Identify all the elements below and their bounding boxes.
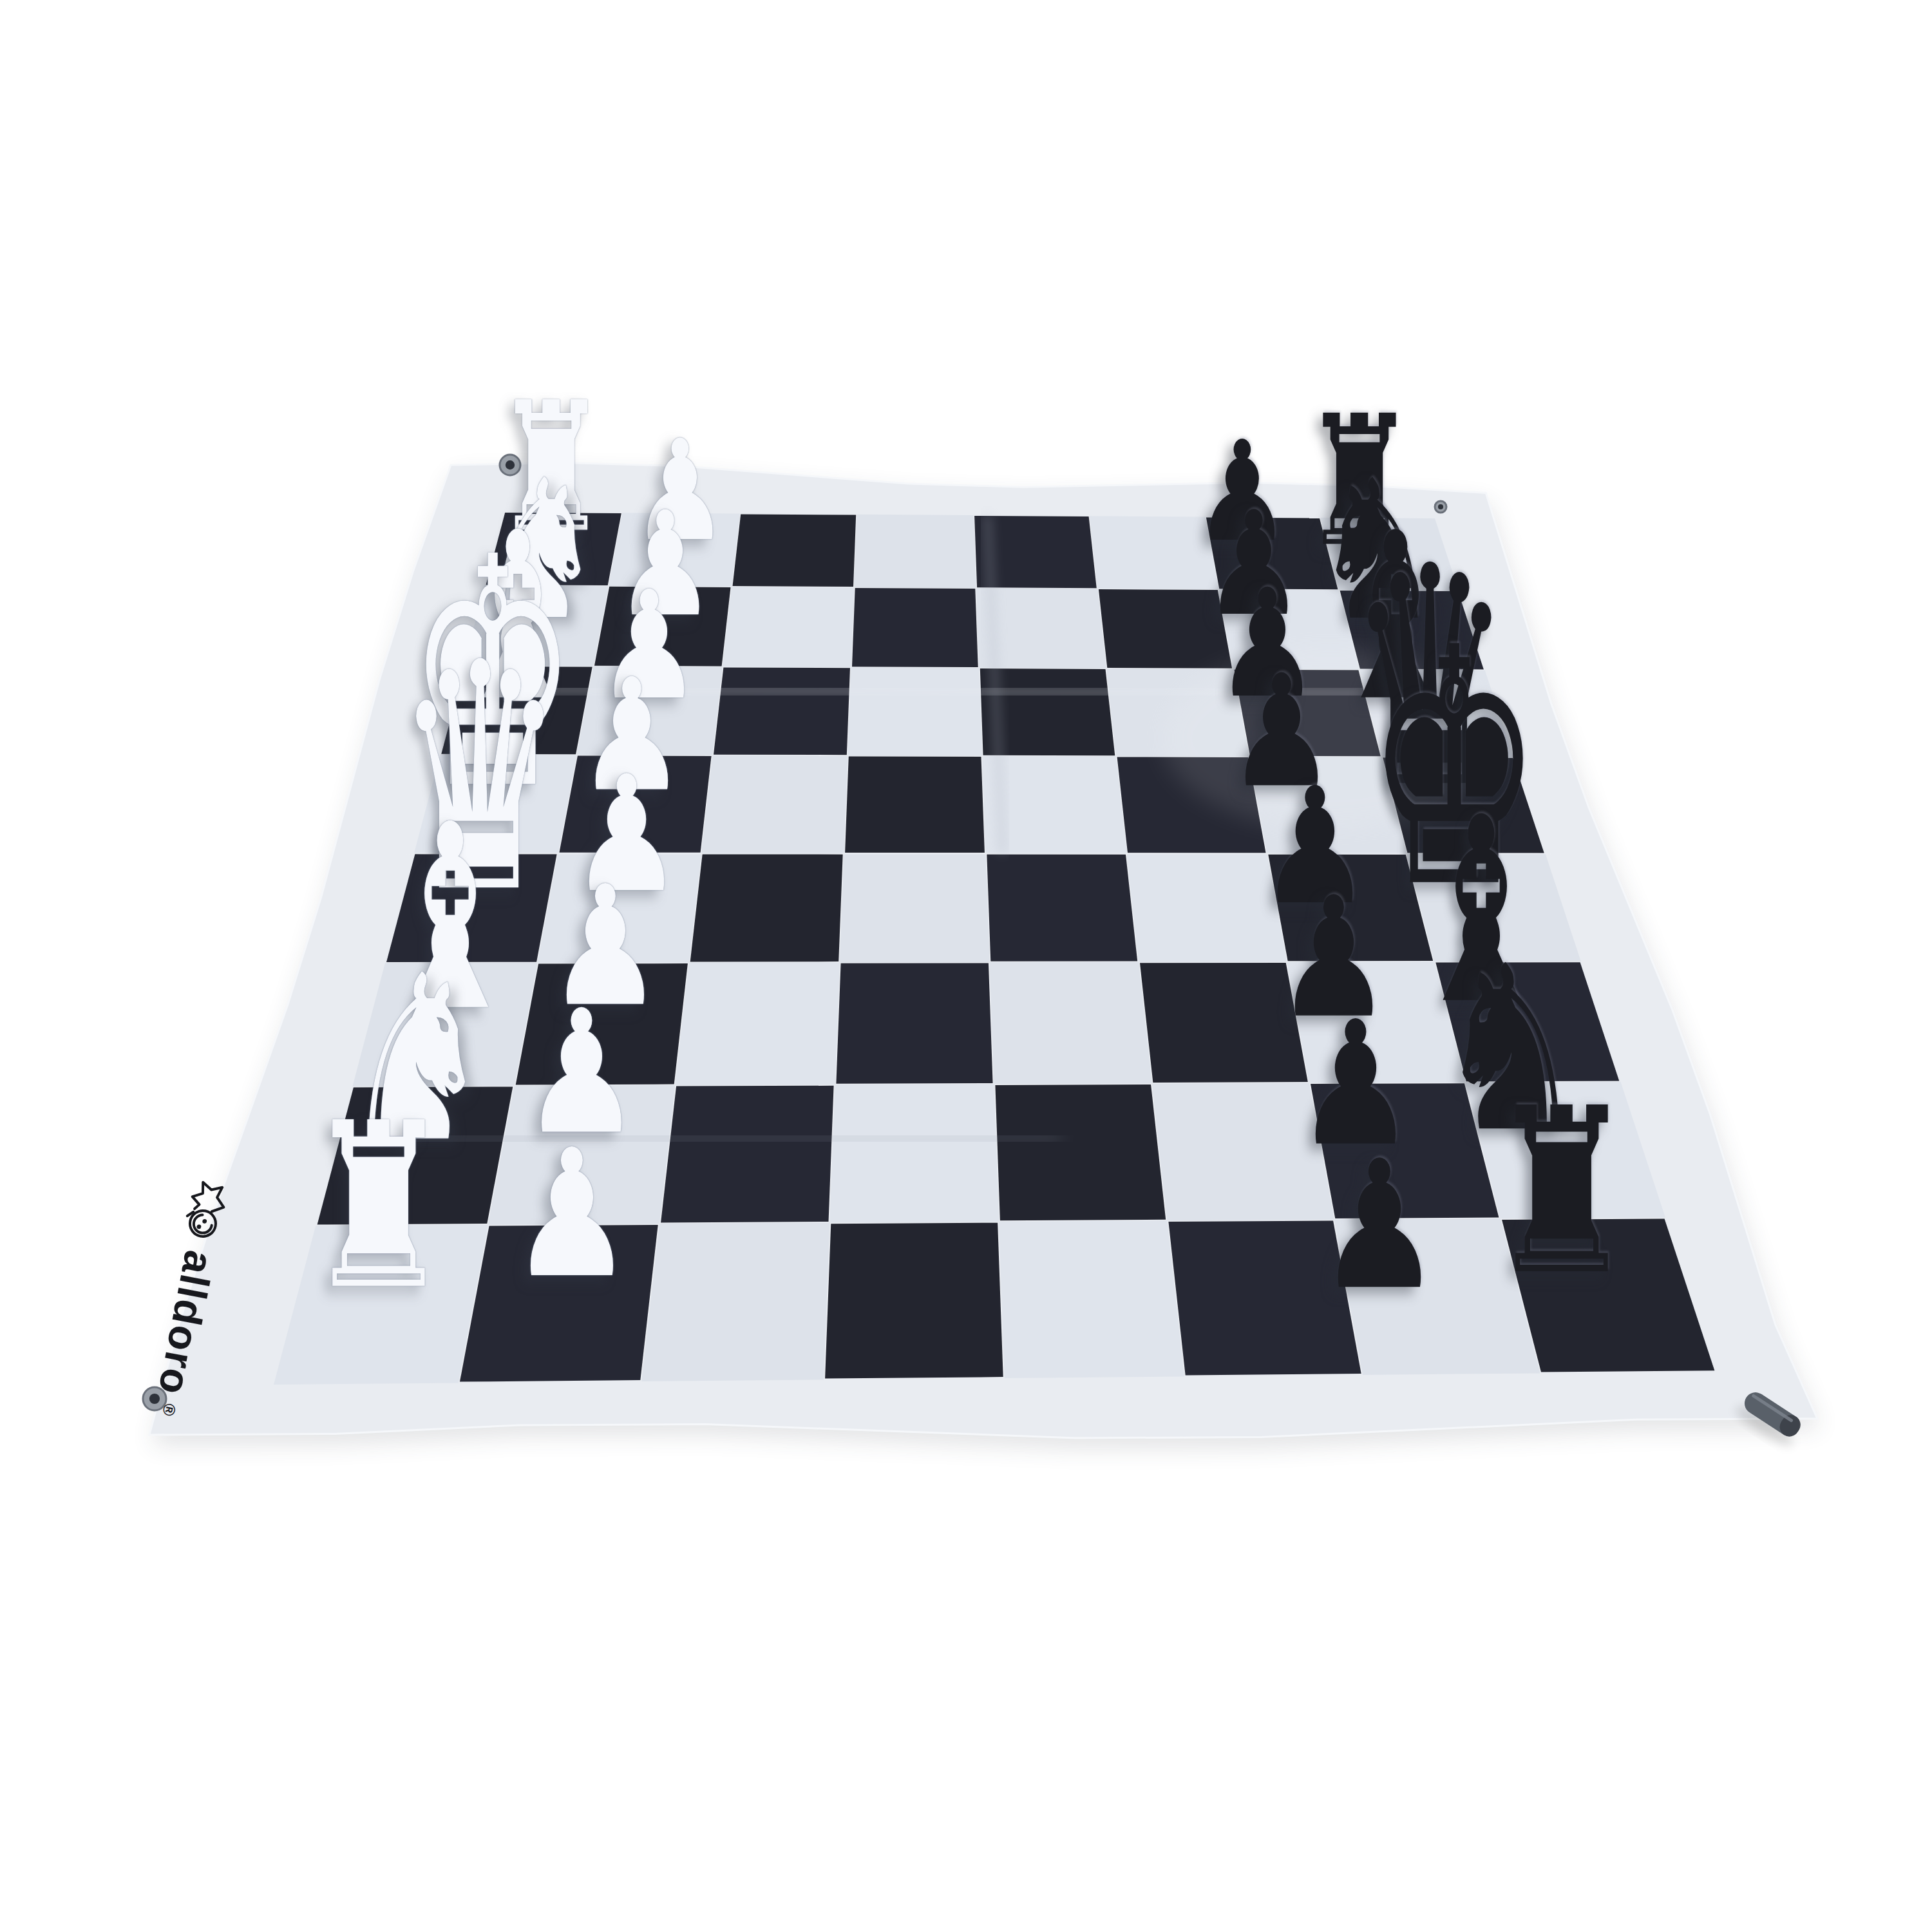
piece-white-pawn-r7c1[interactable]: ♟	[510, 1126, 634, 1303]
piece-white-rook-r7c0[interactable]: ♜	[305, 1092, 452, 1320]
product-photo-canvas: alldoro ® ♜♟♟♜♞♟♟♞♝♟♟♝♚♟♟♛♛♟♟♚♝♟♟♝♞♟♟♞♜♟…	[0, 0, 1932, 1932]
piece-black-rook-r7c7[interactable]: ♜	[1488, 1077, 1635, 1305]
board-grid: ♜♟♟♜♞♟♟♞♝♟♟♝♚♟♟♛♛♟♟♚♝♟♟♝♞♟♟♞♜♟♟♜	[0, 0, 1932, 1932]
piece-black-pawn-r7c6[interactable]: ♟	[1318, 1137, 1441, 1314]
